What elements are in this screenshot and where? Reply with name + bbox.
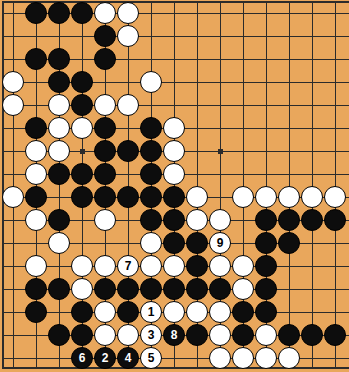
black-stone [94,163,116,185]
go-board-diagram: 971386245 [0,0,349,372]
black-stone [25,117,47,139]
grid-vertical-line [13,3,14,367]
white-stone [209,255,231,277]
move-number-label: 9 [217,237,224,249]
white-stone [301,186,323,208]
white-stone [232,255,254,277]
black-stone [324,209,346,231]
black-stone [94,117,116,139]
white-stone [48,94,70,116]
black-stone [48,278,70,300]
black-stone-move-2: 2 [94,347,116,369]
star-point [218,149,223,154]
grid-vertical-line [335,3,336,367]
black-stone [48,2,70,24]
black-stone [48,163,70,185]
white-stone [163,140,185,162]
white-stone [117,2,139,24]
board-left-edge [2,1,4,369]
white-stone [278,186,300,208]
black-stone [324,324,346,346]
white-stone [94,255,116,277]
white-stone [209,324,231,346]
white-stone [163,255,185,277]
black-stone [71,71,93,93]
board-bottom-edge [2,367,349,369]
move-number-label: 4 [125,352,132,364]
black-stone [186,278,208,300]
black-stone [140,186,162,208]
black-stone [48,71,70,93]
black-stone [278,232,300,254]
white-stone [255,324,277,346]
black-stone [94,48,116,70]
black-stone [94,186,116,208]
white-stone-move-7: 7 [117,255,139,277]
black-stone [25,278,47,300]
white-stone [71,278,93,300]
black-stone [278,209,300,231]
white-stone [209,209,231,231]
white-stone [140,71,162,93]
move-number-label: 7 [125,260,132,272]
move-number-label: 5 [148,352,155,364]
black-stone [209,278,231,300]
black-stone [117,140,139,162]
white-stone [255,186,277,208]
white-stone-move-1: 1 [140,301,162,323]
black-stone [255,209,277,231]
white-stone [255,347,277,369]
move-number-label: 8 [171,329,178,341]
black-stone [186,255,208,277]
black-stone [140,163,162,185]
black-stone [140,117,162,139]
white-stone [2,94,24,116]
black-stone [25,2,47,24]
white-stone [117,94,139,116]
black-stone [163,209,185,231]
white-stone [2,186,24,208]
black-stone [117,301,139,323]
black-stone-move-6: 6 [71,347,93,369]
white-stone [25,255,47,277]
black-stone [163,278,185,300]
black-stone [140,140,162,162]
black-stone [186,232,208,254]
black-stone [163,186,185,208]
black-stone [48,324,70,346]
black-stone [255,232,277,254]
white-stone [140,255,162,277]
black-stone [232,301,254,323]
black-stone [71,2,93,24]
white-stone [94,301,116,323]
white-stone [2,71,24,93]
white-stone-move-5: 5 [140,347,162,369]
black-stone [140,209,162,231]
move-number-label: 2 [102,352,109,364]
white-stone-move-9: 9 [209,232,231,254]
black-stone [278,324,300,346]
black-stone [117,278,139,300]
white-stone [163,117,185,139]
white-stone [25,140,47,162]
black-stone [25,48,47,70]
white-stone [278,347,300,369]
black-stone [301,324,323,346]
black-stone-move-4: 4 [117,347,139,369]
black-stone [94,278,116,300]
white-stone [186,186,208,208]
black-stone [232,324,254,346]
white-stone [186,301,208,323]
black-stone [71,301,93,323]
white-stone-move-3: 3 [140,324,162,346]
black-stone [71,186,93,208]
black-stone [140,278,162,300]
grid-horizontal-line [3,36,349,37]
white-stone [209,347,231,369]
white-stone [71,255,93,277]
black-stone [48,209,70,231]
white-stone [163,301,185,323]
white-stone [71,117,93,139]
white-stone [140,232,162,254]
black-stone [163,232,185,254]
white-stone [209,301,231,323]
black-stone [48,48,70,70]
white-stone [94,324,116,346]
white-stone [94,209,116,231]
white-stone [163,163,185,185]
white-stone [94,94,116,116]
black-stone [301,209,323,231]
black-stone [255,255,277,277]
white-stone [186,209,208,231]
white-stone [48,140,70,162]
white-stone [25,163,47,185]
black-stone [117,186,139,208]
white-stone [117,25,139,47]
white-stone [48,117,70,139]
black-stone [94,140,116,162]
grid-vertical-line [289,3,290,367]
black-stone-move-8: 8 [163,324,185,346]
white-stone [232,278,254,300]
move-number-label: 3 [148,329,155,341]
black-stone [186,324,208,346]
white-stone [94,2,116,24]
white-stone [48,232,70,254]
star-point [80,149,85,154]
black-stone [94,25,116,47]
black-stone [255,301,277,323]
black-stone [71,94,93,116]
white-stone [25,209,47,231]
white-stone [232,186,254,208]
white-stone [232,347,254,369]
move-number-label: 1 [148,306,155,318]
white-stone [117,324,139,346]
black-stone [25,301,47,323]
black-stone [71,163,93,185]
black-stone [25,186,47,208]
grid-vertical-line [312,3,313,367]
move-number-label: 6 [79,352,86,364]
white-stone [324,186,346,208]
black-stone [71,324,93,346]
black-stone [255,278,277,300]
